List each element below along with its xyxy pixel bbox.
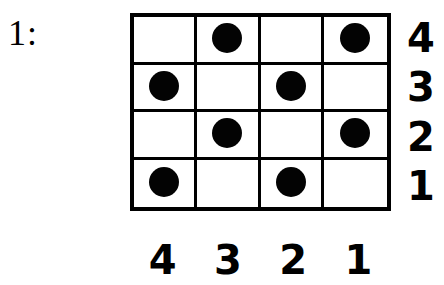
cell-r2c3 <box>197 112 260 160</box>
row-labels: 4321 <box>402 13 440 211</box>
col-label-1: 1 <box>344 240 372 280</box>
col-label-4: 4 <box>149 240 177 280</box>
dot-r2c3 <box>212 118 242 148</box>
col-label-2: 2 <box>279 240 307 280</box>
cell-r4c3 <box>197 17 260 65</box>
cell-r4c2 <box>261 17 324 65</box>
row-label-4: 4 <box>407 18 435 58</box>
cell-r3c1 <box>324 65 387 113</box>
dot-r1c2 <box>276 167 306 197</box>
row-label-3: 3 <box>407 67 435 107</box>
cell-r1c1 <box>324 160 387 208</box>
dot-r3c2 <box>276 71 306 101</box>
cell-r1c3 <box>197 160 260 208</box>
cell-r2c4 <box>134 112 197 160</box>
cell-r1c2 <box>261 160 324 208</box>
puzzle-diagram: 1: 4321 4321 <box>0 0 444 285</box>
dot-r2c1 <box>340 118 370 148</box>
cell-r3c2 <box>261 65 324 113</box>
row-label-1: 1 <box>407 166 435 206</box>
cell-r2c1 <box>324 112 387 160</box>
dot-r3c4 <box>149 71 179 101</box>
cell-r3c4 <box>134 65 197 113</box>
col-labels: 4321 <box>130 239 391 281</box>
dot-r1c4 <box>149 167 179 197</box>
col-label-3: 3 <box>214 240 242 280</box>
dot-r4c1 <box>340 23 370 53</box>
row-label-2: 2 <box>407 117 435 157</box>
dot-r4c3 <box>212 23 242 53</box>
cell-r4c1 <box>324 17 387 65</box>
cell-r3c3 <box>197 65 260 113</box>
dot-grid-board <box>130 13 391 211</box>
diagram-index-label: 1: <box>8 15 38 51</box>
cell-r2c2 <box>261 112 324 160</box>
cell-r4c4 <box>134 17 197 65</box>
cell-r1c4 <box>134 160 197 208</box>
